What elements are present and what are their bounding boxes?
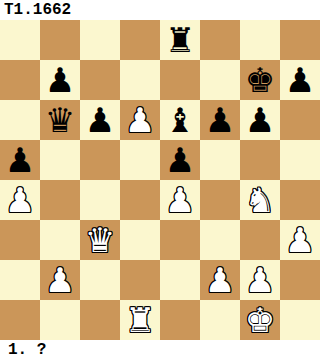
square-f5[interactable]: [200, 140, 240, 180]
square-h8[interactable]: [280, 20, 320, 60]
square-d4[interactable]: [120, 180, 160, 220]
black-pawn: ♟: [205, 100, 235, 140]
square-e1[interactable]: [160, 300, 200, 340]
square-d7[interactable]: [120, 60, 160, 100]
square-g6[interactable]: ♟: [240, 100, 280, 140]
black-pawn: ♟: [165, 140, 195, 180]
square-d1[interactable]: ♜: [120, 300, 160, 340]
square-e7[interactable]: [160, 60, 200, 100]
square-f1[interactable]: [200, 300, 240, 340]
square-a6[interactable]: [0, 100, 40, 140]
square-b5[interactable]: [40, 140, 80, 180]
square-h5[interactable]: [280, 140, 320, 180]
square-g3[interactable]: [240, 220, 280, 260]
black-queen: ♛: [45, 100, 75, 140]
square-b2[interactable]: ♟: [40, 260, 80, 300]
square-c4[interactable]: [80, 180, 120, 220]
square-c7[interactable]: [80, 60, 120, 100]
square-d3[interactable]: [120, 220, 160, 260]
square-e4[interactable]: ♟: [160, 180, 200, 220]
white-queen: ♛: [85, 220, 115, 260]
square-h7[interactable]: ♟: [280, 60, 320, 100]
square-f6[interactable]: ♟: [200, 100, 240, 140]
square-g5[interactable]: [240, 140, 280, 180]
black-pawn: ♟: [245, 100, 275, 140]
square-e6[interactable]: ♝: [160, 100, 200, 140]
square-g1[interactable]: ♚: [240, 300, 280, 340]
white-pawn: ♟: [165, 180, 195, 220]
square-e2[interactable]: [160, 260, 200, 300]
square-d8[interactable]: [120, 20, 160, 60]
square-g7[interactable]: ♚: [240, 60, 280, 100]
square-c2[interactable]: [80, 260, 120, 300]
square-c5[interactable]: [80, 140, 120, 180]
title-bar: T1.1662: [0, 0, 320, 20]
square-h6[interactable]: [280, 100, 320, 140]
square-b3[interactable]: [40, 220, 80, 260]
square-a5[interactable]: ♟: [0, 140, 40, 180]
black-pawn: ♟: [5, 140, 35, 180]
white-king: ♚: [245, 300, 275, 340]
square-a4[interactable]: ♟: [0, 180, 40, 220]
black-king: ♚: [245, 60, 275, 100]
black-bishop: ♝: [165, 100, 195, 140]
white-pawn: ♟: [285, 220, 315, 260]
move-prompt: 1. ?: [8, 340, 46, 360]
square-c8[interactable]: [80, 20, 120, 60]
square-a2[interactable]: [0, 260, 40, 300]
square-a3[interactable]: [0, 220, 40, 260]
black-rook: ♜: [165, 20, 195, 60]
white-pawn: ♟: [125, 100, 155, 140]
black-pawn: ♟: [285, 60, 315, 100]
square-b7[interactable]: ♟: [40, 60, 80, 100]
square-e8[interactable]: ♜: [160, 20, 200, 60]
square-d6[interactable]: ♟: [120, 100, 160, 140]
square-a8[interactable]: [0, 20, 40, 60]
square-c3[interactable]: ♛: [80, 220, 120, 260]
square-f3[interactable]: [200, 220, 240, 260]
square-g2[interactable]: ♟: [240, 260, 280, 300]
square-e5[interactable]: ♟: [160, 140, 200, 180]
square-a7[interactable]: [0, 60, 40, 100]
square-b8[interactable]: [40, 20, 80, 60]
square-f2[interactable]: ♟: [200, 260, 240, 300]
square-g4[interactable]: ♞: [240, 180, 280, 220]
black-pawn: ♟: [85, 100, 115, 140]
square-a1[interactable]: [0, 300, 40, 340]
square-h3[interactable]: ♟: [280, 220, 320, 260]
square-c6[interactable]: ♟: [80, 100, 120, 140]
square-g8[interactable]: [240, 20, 280, 60]
puzzle-title: T1.1662: [4, 0, 71, 20]
white-pawn: ♟: [5, 180, 35, 220]
square-f4[interactable]: [200, 180, 240, 220]
square-b6[interactable]: ♛: [40, 100, 80, 140]
white-pawn: ♟: [45, 260, 75, 300]
white-knight: ♞: [245, 180, 275, 220]
square-h1[interactable]: [280, 300, 320, 340]
status-bar: 1. ?: [0, 340, 320, 360]
square-b1[interactable]: [40, 300, 80, 340]
square-h2[interactable]: [280, 260, 320, 300]
square-b4[interactable]: [40, 180, 80, 220]
white-rook: ♜: [125, 300, 155, 340]
square-e3[interactable]: [160, 220, 200, 260]
square-c1[interactable]: [80, 300, 120, 340]
white-pawn: ♟: [205, 260, 235, 300]
square-f7[interactable]: [200, 60, 240, 100]
square-d2[interactable]: [120, 260, 160, 300]
white-pawn: ♟: [245, 260, 275, 300]
square-f8[interactable]: [200, 20, 240, 60]
chess-board: ♜♟♚♟♛♟♟♝♟♟♟♟♟♟♞♛♟♟♟♟♜♚: [0, 20, 320, 340]
black-pawn: ♟: [45, 60, 75, 100]
square-h4[interactable]: [280, 180, 320, 220]
square-d5[interactable]: [120, 140, 160, 180]
